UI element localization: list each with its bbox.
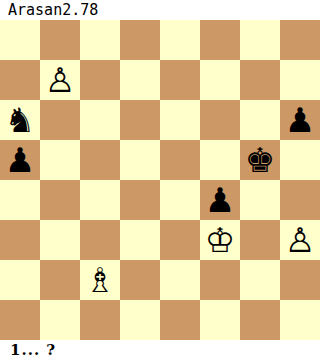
square-c7[interactable]	[80, 60, 120, 100]
square-a4[interactable]	[0, 180, 40, 220]
square-b1[interactable]	[40, 300, 80, 340]
square-a7[interactable]	[0, 60, 40, 100]
square-g3[interactable]	[240, 220, 280, 260]
piece-white-king[interactable]: ♔	[205, 220, 235, 260]
square-e1[interactable]	[160, 300, 200, 340]
square-h4[interactable]	[280, 180, 320, 220]
square-b6[interactable]	[40, 100, 80, 140]
square-f5[interactable]	[200, 140, 240, 180]
square-g8[interactable]	[240, 20, 280, 60]
square-h2[interactable]	[280, 260, 320, 300]
square-e8[interactable]	[160, 20, 200, 60]
square-h6[interactable]: ♟	[280, 100, 320, 140]
square-a2[interactable]	[0, 260, 40, 300]
square-h7[interactable]	[280, 60, 320, 100]
square-d4[interactable]	[120, 180, 160, 220]
piece-black-knight[interactable]: ♞	[5, 100, 35, 140]
square-c1[interactable]	[80, 300, 120, 340]
square-f1[interactable]	[200, 300, 240, 340]
piece-black-pawn[interactable]: ♟	[5, 140, 35, 180]
square-a5[interactable]: ♟	[0, 140, 40, 180]
square-a8[interactable]	[0, 20, 40, 60]
square-g7[interactable]	[240, 60, 280, 100]
piece-white-pawn[interactable]: ♙	[285, 220, 315, 260]
square-b8[interactable]	[40, 20, 80, 60]
square-d1[interactable]	[120, 300, 160, 340]
chess-board: ♙♞♟♟♚♟♔♙♗	[0, 20, 320, 340]
move-prompt: 1... ?	[0, 340, 320, 360]
square-b3[interactable]	[40, 220, 80, 260]
square-f4[interactable]: ♟	[200, 180, 240, 220]
square-c4[interactable]	[80, 180, 120, 220]
square-d5[interactable]	[120, 140, 160, 180]
square-h3[interactable]: ♙	[280, 220, 320, 260]
piece-white-bishop[interactable]: ♗	[85, 260, 115, 300]
engine-title: Arasan2.78	[0, 0, 320, 20]
square-c2[interactable]: ♗	[80, 260, 120, 300]
square-a1[interactable]	[0, 300, 40, 340]
square-d6[interactable]	[120, 100, 160, 140]
square-e6[interactable]	[160, 100, 200, 140]
piece-white-pawn[interactable]: ♙	[45, 60, 75, 100]
square-c5[interactable]	[80, 140, 120, 180]
square-h1[interactable]	[280, 300, 320, 340]
square-e5[interactable]	[160, 140, 200, 180]
square-b5[interactable]	[40, 140, 80, 180]
square-e4[interactable]	[160, 180, 200, 220]
piece-black-pawn[interactable]: ♟	[285, 100, 315, 140]
chess-window: Arasan2.78 ♙♞♟♟♚♟♔♙♗ 1... ?	[0, 0, 320, 360]
square-g5[interactable]: ♚	[240, 140, 280, 180]
square-g6[interactable]	[240, 100, 280, 140]
square-g4[interactable]	[240, 180, 280, 220]
piece-black-pawn[interactable]: ♟	[205, 180, 235, 220]
square-f3[interactable]: ♔	[200, 220, 240, 260]
square-a6[interactable]: ♞	[0, 100, 40, 140]
square-d3[interactable]	[120, 220, 160, 260]
square-g2[interactable]	[240, 260, 280, 300]
square-e7[interactable]	[160, 60, 200, 100]
square-d7[interactable]	[120, 60, 160, 100]
square-b4[interactable]	[40, 180, 80, 220]
square-f6[interactable]	[200, 100, 240, 140]
square-c8[interactable]	[80, 20, 120, 60]
square-f7[interactable]	[200, 60, 240, 100]
square-d8[interactable]	[120, 20, 160, 60]
piece-black-king[interactable]: ♚	[245, 140, 275, 180]
square-d2[interactable]	[120, 260, 160, 300]
square-e2[interactable]	[160, 260, 200, 300]
square-a3[interactable]	[0, 220, 40, 260]
square-b7[interactable]: ♙	[40, 60, 80, 100]
square-e3[interactable]	[160, 220, 200, 260]
square-c6[interactable]	[80, 100, 120, 140]
square-h5[interactable]	[280, 140, 320, 180]
square-h8[interactable]	[280, 20, 320, 60]
square-b2[interactable]	[40, 260, 80, 300]
square-g1[interactable]	[240, 300, 280, 340]
square-c3[interactable]	[80, 220, 120, 260]
square-f8[interactable]	[200, 20, 240, 60]
square-f2[interactable]	[200, 260, 240, 300]
